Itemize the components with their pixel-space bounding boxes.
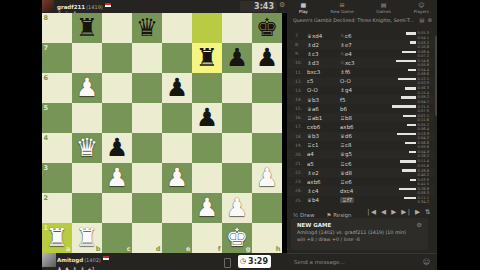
black-pawn-g7[interactable]: ♟ (222, 43, 252, 73)
games-icon: ▤ (381, 2, 387, 8)
black-pawn-f5[interactable]: ♟ (192, 103, 222, 133)
black-move[interactable]: ♖c8 (340, 142, 373, 148)
new-game-rating-change: win +8 / draw +0 / lose -8 (297, 237, 422, 242)
square-g3[interactable] (222, 163, 252, 193)
square-f4[interactable] (192, 133, 222, 163)
move-times: 0:11.40:05.6 (383, 159, 429, 167)
square-b1[interactable]: b♜ (72, 223, 102, 253)
square-d5[interactable] (132, 103, 162, 133)
square-h8[interactable]: ♚ (252, 13, 282, 43)
tab-players[interactable]: ☺Players (414, 2, 429, 15)
rank-label: 4 (44, 134, 49, 142)
black-move[interactable]: f5 (340, 97, 373, 103)
square-d7[interactable] (132, 43, 162, 73)
white-move[interactable]: O-O (307, 87, 340, 93)
square-h7[interactable]: ♟ (252, 43, 282, 73)
top-player-avatar[interactable] (42, 0, 54, 12)
black-move[interactable]: ♕g5 (340, 151, 373, 157)
white-move[interactable]: bxc3 (307, 69, 340, 75)
move-number: 14. (295, 97, 307, 102)
black-move[interactable]: ♗f6 (340, 69, 373, 75)
square-a2[interactable]: 2 (42, 193, 72, 223)
move-number: 19. (295, 143, 307, 148)
black-move[interactable]: axb6 (340, 124, 373, 130)
square-d1[interactable]: d (132, 223, 162, 253)
black-rook-b8[interactable]: ♜ (72, 13, 102, 43)
move-times: 0:09.20:04.7 (383, 95, 429, 103)
square-e3[interactable]: ♟ (162, 163, 192, 193)
move-number: 8. (295, 42, 307, 47)
square-b3[interactable] (72, 163, 102, 193)
move-times: 0:11.10:34.2 (383, 196, 429, 204)
square-e7[interactable] (162, 43, 192, 73)
move-number: 7. (295, 33, 307, 38)
square-a3[interactable]: 3 (42, 163, 72, 193)
move-times: 0:07.10:11.6 (383, 114, 429, 122)
move-times: 0:21.50:07.9 (383, 105, 429, 113)
move-number: 10. (295, 60, 307, 65)
square-a6[interactable]: 6 (42, 73, 72, 103)
file-label: c (127, 245, 131, 253)
move-times: 0:12.10:02.9 (383, 77, 429, 85)
white-king-g1[interactable]: ♚ (222, 223, 252, 253)
tab-games[interactable]: ▤Games (376, 2, 391, 15)
rank-label: 7 (44, 44, 49, 52)
move-row: 9.♗c3♘e40:08.40:07.2 (287, 49, 434, 58)
black-move[interactable]: ♖c6 (340, 161, 373, 167)
square-f3[interactable] (192, 163, 222, 193)
black-move[interactable]: O-O (340, 78, 373, 84)
square-e8[interactable] (162, 13, 192, 43)
white-move[interactable]: ♕b3 (307, 97, 340, 103)
white-move[interactable]: a4 (307, 151, 340, 157)
white-move[interactable]: ♖ab1 (307, 115, 340, 121)
play-icon: ▦ (301, 2, 307, 8)
square-d3[interactable] (132, 163, 162, 193)
move-number: 15. (295, 106, 307, 111)
square-a7[interactable]: 7 (42, 43, 72, 73)
black-pawn-c4[interactable]: ♟ (102, 133, 132, 163)
black-rook-f7[interactable]: ♜ (192, 43, 222, 73)
top-player-flag-icon (105, 3, 111, 7)
square-d4[interactable] (132, 133, 162, 163)
move-row: 12.c5O-O0:12.10:02.9 (287, 77, 434, 86)
move-times: 0:08.40:07.2 (383, 50, 429, 58)
white-rook-a1[interactable]: ♜ (42, 223, 72, 253)
move-list-scrollbar[interactable] (435, 36, 437, 116)
phone-icon (224, 258, 231, 268)
square-g6[interactable] (222, 73, 252, 103)
square-c1[interactable]: c (102, 223, 132, 253)
rank-label: 6 (44, 74, 49, 82)
chat-input[interactable]: Send a message... (294, 259, 423, 265)
black-pawn-h7[interactable]: ♟ (252, 43, 282, 73)
new-game-panel: NEW GAME ⚙ Amitogd (1402) vs. gradf211 (… (291, 218, 428, 250)
new-game-matchup: Amitogd (1402) vs. gradf211 (1419) (10 m… (297, 230, 422, 235)
chat-bar: Send a message... ☺ (287, 253, 437, 270)
square-f6[interactable] (192, 73, 222, 103)
white-move[interactable]: ♗d3 (307, 60, 340, 66)
move-number: 16. (295, 115, 307, 120)
rank-label: 8 (44, 14, 49, 22)
move-row: 11.bxc3♗f60:04.40:08.6 (287, 68, 434, 77)
square-e2[interactable] (162, 193, 192, 223)
bottom-player-clock: ◷ 3:29 (238, 255, 271, 268)
move-number: 18. (295, 134, 307, 139)
square-a8[interactable]: 8 (42, 13, 72, 43)
top-player-rating: (1419) (86, 4, 103, 10)
rank-label: 5 (44, 104, 49, 112)
square-c8[interactable] (102, 13, 132, 43)
move-row: 14.♕b3f50:09.20:04.7 (287, 95, 434, 104)
move-number: 24. (295, 188, 307, 193)
white-queen-b4[interactable]: ♛ (72, 133, 102, 163)
white-move[interactable]: ♕xd4 (307, 33, 340, 39)
square-a5[interactable]: 5 (42, 103, 72, 133)
square-h4[interactable] (252, 133, 282, 163)
square-b4[interactable]: ♛ (72, 133, 102, 163)
move-number: 9. (295, 51, 307, 56)
move-number: 23. (295, 179, 307, 184)
square-c4[interactable]: ♟ (102, 133, 132, 163)
bottom-player-flag-icon (103, 256, 109, 260)
square-f5[interactable]: ♟ (192, 103, 222, 133)
move-row: 13.O-O♗g40:06.30:15.4 (287, 86, 434, 95)
square-g1[interactable]: g♚ (222, 223, 252, 253)
move-times: 0:06.60:09.8 (383, 141, 429, 149)
black-move[interactable]: dxc4 (340, 188, 373, 194)
white-pawn-g2[interactable]: ♟ (222, 193, 252, 223)
square-f7[interactable]: ♜ (192, 43, 222, 73)
square-h5[interactable] (252, 103, 282, 133)
move-row: 24.♗c4dxc40:26.80:08.3 (287, 186, 434, 195)
black-move[interactable]: ♖e6 (340, 179, 373, 185)
square-b7[interactable] (72, 43, 102, 73)
tab-play[interactable]: ▦Play (299, 2, 308, 15)
top-player-clock: 3:43 (240, 1, 277, 12)
white-move[interactable]: ♗e2 (307, 170, 340, 176)
sidebar: ▦Play⊞New Game▤Games☺Players Queen's Gam… (287, 0, 437, 270)
square-c2[interactable] (102, 193, 132, 223)
square-c3[interactable]: ♟ (102, 163, 132, 193)
black-move[interactable]: ♘e4 (340, 51, 373, 57)
new-game-title: NEW GAME (297, 222, 331, 228)
square-f8[interactable] (192, 13, 222, 43)
file-label: h (276, 245, 281, 253)
move-number: 11. (295, 70, 307, 75)
move-times: 0:26.80:08.3 (383, 187, 429, 195)
black-move[interactable]: b6 (340, 106, 373, 112)
white-pawn-e3[interactable]: ♟ (162, 163, 192, 193)
black-queen-d8[interactable]: ♛ (132, 13, 162, 43)
square-h2[interactable] (252, 193, 282, 223)
new-game-icon: ⊞ (340, 2, 345, 8)
opening-name: Queen's Gambit Declined: Three Knights, … (293, 18, 416, 23)
square-c7[interactable] (102, 43, 132, 73)
square-h6[interactable] (252, 73, 282, 103)
white-move[interactable]: cxb6 (307, 124, 340, 130)
new-game-gear-icon[interactable]: ⚙ (417, 221, 422, 228)
move-times: 0:03.20:10.8 (383, 41, 429, 49)
move-number: 12. (295, 79, 307, 84)
black-move[interactable]: ♗g4 (340, 87, 373, 93)
file-label: d (156, 245, 161, 253)
square-f2[interactable]: ♟ (192, 193, 222, 223)
material-score: +1 (87, 266, 94, 270)
rank-label: 2 (44, 194, 49, 202)
move-times: 0:04.40:08.6 (383, 68, 429, 76)
black-move[interactable]: ♗e7 (340, 42, 373, 48)
chess-app-window: gradf211(1419) ♙ ♘ ♗ 3:43 ⚙ 8♜♛♚7♜♟♟6♟♟5… (0, 0, 480, 270)
square-a4[interactable]: 4 (42, 133, 72, 163)
black-move[interactable]: ♘c6 (340, 33, 373, 39)
white-move[interactable]: ♕b3 (307, 133, 340, 139)
square-e1[interactable]: e (162, 223, 192, 253)
square-h3[interactable]: ♟ (252, 163, 282, 193)
move-row: 23.axb6♖e60:03.90:41.5 (287, 177, 434, 186)
square-g4[interactable] (222, 133, 252, 163)
opening-close-icon[interactable]: ⊗ (427, 17, 432, 23)
opening-book-icon[interactable]: ▤ (419, 17, 424, 23)
chess-board[interactable]: 8♜♛♚7♜♟♟6♟♟5♟4♛♟3♟♟♟2♟♟1a♜b♜cdefg♚h (42, 13, 282, 253)
white-move[interactable]: ♖c1 (307, 142, 340, 148)
white-rook-b1[interactable]: ♜ (72, 223, 102, 253)
move-number: 22. (295, 170, 307, 175)
move-times: 0:03.90:41.5 (383, 178, 429, 186)
square-b6[interactable]: ♟ (72, 73, 102, 103)
square-b8[interactable]: ♜ (72, 13, 102, 43)
move-row: 18.♕b3♕d60:13.30:04.2 (287, 132, 434, 141)
move-times: 0:05.20:06.4 (383, 123, 429, 131)
settings-gear-icon[interactable]: ⚙ (279, 1, 285, 9)
rank-label: 3 (44, 164, 49, 172)
white-move[interactable]: ♗d2 (307, 42, 340, 48)
square-e5[interactable] (162, 103, 192, 133)
move-times: 0:05.30:04.1 (383, 31, 429, 39)
square-f1[interactable]: f (192, 223, 222, 253)
move-number: 21. (295, 161, 307, 166)
black-move[interactable]: ♖b8 (340, 115, 373, 121)
move-number: 13. (295, 88, 307, 93)
move-row: 19.♖c1♖c80:06.60:09.8 (287, 141, 434, 150)
move-row: 22.♗e2♕d80:28.80:40.2 (287, 168, 434, 177)
black-move[interactable]: ♕d8 (340, 170, 373, 176)
white-move[interactable]: c5 (307, 78, 340, 84)
move-number: 17. (295, 124, 307, 129)
file-label: e (186, 245, 190, 253)
bottom-player-avatar[interactable] (42, 253, 56, 267)
players-icon: ☺ (418, 2, 424, 8)
move-times: 0:14.60:05.8 (383, 59, 429, 67)
move-times: 0:06.30:15.4 (383, 86, 429, 94)
black-king-h8[interactable]: ♚ (252, 13, 282, 43)
move-row: 10.♗d3♘xc30:14.60:05.8 (287, 58, 434, 67)
square-b2[interactable] (72, 193, 102, 223)
move-row: 17.cxb6axb60:05.20:06.4 (287, 122, 434, 131)
bottom-player-bar: Amitogd(1402) ♟ ♞ ♝ ♝+1 ◷ 3:29 (42, 253, 287, 270)
move-number: 20. (295, 152, 307, 157)
move-row: 16.♖ab1♖b80:07.10:11.6 (287, 113, 434, 122)
move-row: 20.a4♕g50:04.30:28.2 (287, 150, 434, 159)
sidebar-tabs: ▦Play⊞New Game▤Games☺Players (287, 0, 437, 15)
move-row: 15.♕a6b60:21.50:07.9 (287, 104, 434, 113)
square-d6[interactable] (132, 73, 162, 103)
white-pawn-c3[interactable]: ♟ (102, 163, 132, 193)
square-b5[interactable] (72, 103, 102, 133)
square-h1[interactable]: h (252, 223, 282, 253)
square-e4[interactable] (162, 133, 192, 163)
white-pawn-f2[interactable]: ♟ (192, 193, 222, 223)
black-move[interactable]: ♘xc3 (340, 60, 373, 66)
square-e6[interactable]: ♟ (162, 73, 192, 103)
white-move[interactable]: axb6 (307, 179, 340, 185)
white-pawn-h3[interactable]: ♟ (252, 163, 282, 193)
move-row: 21.a5♖c60:11.40:05.6 (287, 159, 434, 168)
bottom-player-captured-pieces: ♟ ♞ ♝ ♝ (57, 266, 85, 270)
square-c6[interactable] (102, 73, 132, 103)
file-label: f (218, 245, 221, 253)
move-times: 0:13.30:04.2 (383, 132, 429, 140)
square-g5[interactable] (222, 103, 252, 133)
square-a1[interactable]: 1a♜ (42, 223, 72, 253)
move-row: 7.♕xd4♘c60:05.30:04.1 (287, 31, 434, 40)
smiley-icon[interactable]: ☺ (423, 258, 430, 266)
move-times: 0:28.80:40.2 (383, 168, 429, 176)
move-list[interactable]: 7.♕xd4♘c60:05.30:04.18.♗d2♗e70:03.20:10.… (287, 31, 434, 205)
square-d2[interactable] (132, 193, 162, 223)
tab-new-game[interactable]: ⊞New Game (331, 2, 354, 15)
square-g8[interactable] (222, 13, 252, 43)
move-times: 0:04.30:28.2 (383, 150, 429, 158)
square-d8[interactable]: ♛ (132, 13, 162, 43)
white-pawn-b6[interactable]: ♟ (72, 73, 102, 103)
square-g7[interactable]: ♟ (222, 43, 252, 73)
black-move[interactable]: ♕d6 (340, 133, 373, 139)
black-pawn-e6[interactable]: ♟ (162, 73, 192, 103)
square-g2[interactable]: ♟ (222, 193, 252, 223)
white-move[interactable]: ♗c3 (307, 51, 340, 57)
move-row: 8.♗d2♗e70:03.20:10.8 (287, 40, 434, 49)
square-c5[interactable] (102, 103, 132, 133)
white-move[interactable]: ♗c4 (307, 188, 340, 194)
white-move[interactable]: ♕a6 (307, 106, 340, 112)
white-move[interactable]: a5 (307, 161, 340, 167)
move-navigation-buttons[interactable]: |◀ ◀ ▶ ▶| ▶ ⇅ (367, 208, 432, 216)
clock-icon: ◷ (240, 255, 246, 268)
